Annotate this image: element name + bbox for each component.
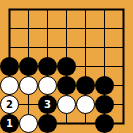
intersection-a2[interactable]: 2 — [0, 95, 19, 114]
intersection-e5[interactable] — [76, 38, 95, 57]
intersection-e2[interactable] — [76, 95, 95, 114]
intersection-g7[interactable] — [114, 0, 133, 19]
white-stone-move-2-a2[interactable]: 2 — [0, 95, 19, 114]
intersection-e7[interactable] — [76, 0, 95, 19]
intersection-b4[interactable] — [19, 57, 38, 76]
intersection-d4[interactable] — [57, 57, 76, 76]
intersection-b2[interactable] — [19, 95, 38, 114]
intersection-g1[interactable] — [114, 114, 133, 133]
intersection-b6[interactable] — [19, 19, 38, 38]
white-stone-c3[interactable] — [38, 76, 57, 95]
black-stone-f3[interactable] — [95, 76, 114, 95]
intersection-f5[interactable] — [95, 38, 114, 57]
black-stone-move-3-c2[interactable]: 3 — [38, 95, 57, 114]
intersection-f2[interactable] — [95, 95, 114, 114]
black-stone-e3[interactable] — [76, 76, 95, 95]
intersection-b7[interactable] — [19, 0, 38, 19]
black-stone-a4[interactable] — [0, 57, 19, 76]
intersection-f4[interactable] — [95, 57, 114, 76]
white-stone-d2[interactable] — [57, 95, 76, 114]
intersection-c2[interactable]: 3 — [38, 95, 57, 114]
intersection-d5[interactable] — [57, 38, 76, 57]
intersection-g2[interactable] — [114, 95, 133, 114]
intersection-b5[interactable] — [19, 38, 38, 57]
white-stone-b1[interactable] — [19, 114, 38, 133]
intersection-c5[interactable] — [38, 38, 57, 57]
intersection-b1[interactable] — [19, 114, 38, 133]
intersection-g5[interactable] — [114, 38, 133, 57]
intersection-f7[interactable] — [95, 0, 114, 19]
intersection-c6[interactable] — [38, 19, 57, 38]
go-board: 231 — [0, 0, 133, 133]
intersection-a4[interactable] — [0, 57, 19, 76]
intersection-c3[interactable] — [38, 76, 57, 95]
intersection-c1[interactable] — [38, 114, 57, 133]
black-stone-d3[interactable] — [57, 76, 76, 95]
intersection-a1[interactable]: 1 — [0, 114, 19, 133]
black-stone-c4[interactable] — [38, 57, 57, 76]
intersection-e6[interactable] — [76, 19, 95, 38]
intersection-g6[interactable] — [114, 19, 133, 38]
black-stone-c1[interactable] — [38, 114, 57, 133]
intersection-a6[interactable] — [0, 19, 19, 38]
intersection-e4[interactable] — [76, 57, 95, 76]
intersection-c4[interactable] — [38, 57, 57, 76]
intersection-f6[interactable] — [95, 19, 114, 38]
intersection-d7[interactable] — [57, 0, 76, 19]
intersection-f1[interactable] — [95, 114, 114, 133]
intersection-d2[interactable] — [57, 95, 76, 114]
white-stone-b3[interactable] — [19, 76, 38, 95]
board-cells: 231 — [0, 0, 133, 133]
white-stone-e2[interactable] — [76, 95, 95, 114]
intersection-d1[interactable] — [57, 114, 76, 133]
black-stone-f1[interactable] — [95, 114, 114, 133]
intersection-e3[interactable] — [76, 76, 95, 95]
intersection-a5[interactable] — [0, 38, 19, 57]
intersection-e1[interactable] — [76, 114, 95, 133]
intersection-g3[interactable] — [114, 76, 133, 95]
white-stone-a3[interactable] — [0, 76, 19, 95]
black-stone-f2[interactable] — [95, 95, 114, 114]
intersection-d3[interactable] — [57, 76, 76, 95]
intersection-a3[interactable] — [0, 76, 19, 95]
intersection-b3[interactable] — [19, 76, 38, 95]
intersection-d6[interactable] — [57, 19, 76, 38]
intersection-c7[interactable] — [38, 0, 57, 19]
black-stone-d4[interactable] — [57, 57, 76, 76]
intersection-g4[interactable] — [114, 57, 133, 76]
intersection-a7[interactable] — [0, 0, 19, 19]
black-stone-move-1-a1[interactable]: 1 — [0, 114, 19, 133]
black-stone-b4[interactable] — [19, 57, 38, 76]
intersection-f3[interactable] — [95, 76, 114, 95]
